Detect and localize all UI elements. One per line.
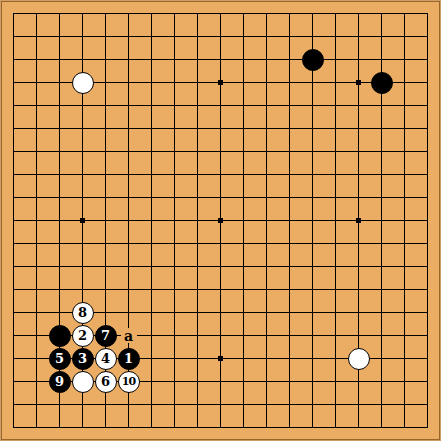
white-stone-D3 (72, 371, 94, 393)
grid-line-horizontal (13, 289, 428, 290)
grid-line-vertical (243, 13, 244, 428)
grid-line-vertical (335, 13, 336, 428)
black-stone-D4-move-3: 3 (72, 348, 94, 370)
grid-line-horizontal (13, 427, 428, 428)
go-board: 12345678910a (0, 0, 441, 441)
black-stone-C5 (49, 325, 71, 347)
black-stone-C4-move-5: 5 (49, 348, 71, 370)
grid-line-vertical (404, 13, 405, 428)
point-label-F5: a (117, 324, 140, 347)
white-stone-F3-move-10: 10 (118, 371, 140, 393)
go-board-border: 12345678910a (1, 1, 440, 440)
star-point (80, 218, 85, 223)
point-label-text: a (121, 328, 137, 343)
grid-line-vertical (289, 13, 290, 428)
white-stone-Q4 (348, 348, 370, 370)
white-stone-E3-move-6: 6 (95, 371, 117, 393)
white-stone-D6-move-8: 8 (72, 302, 94, 324)
white-stone-E4-move-4: 4 (95, 348, 117, 370)
grid-line-horizontal (13, 243, 428, 244)
grid-line-vertical (266, 13, 267, 428)
black-stone-F4-move-1: 1 (118, 348, 140, 370)
grid-line-vertical (312, 13, 313, 428)
black-stone-C3-move-9: 9 (49, 371, 71, 393)
star-point (218, 356, 223, 361)
star-point (356, 218, 361, 223)
star-point (218, 218, 223, 223)
star-point (218, 80, 223, 85)
star-point (356, 80, 361, 85)
white-stone-D16 (72, 72, 94, 94)
white-stone-D5-move-2: 2 (72, 325, 94, 347)
grid-line-horizontal (13, 266, 428, 267)
black-stone-O17 (302, 49, 324, 71)
grid-line-horizontal (13, 404, 428, 405)
black-stone-R16 (371, 72, 393, 94)
grid-line-vertical (427, 13, 428, 428)
black-stone-E5-move-7: 7 (95, 325, 117, 347)
go-board-grid: 12345678910a (2, 2, 439, 439)
